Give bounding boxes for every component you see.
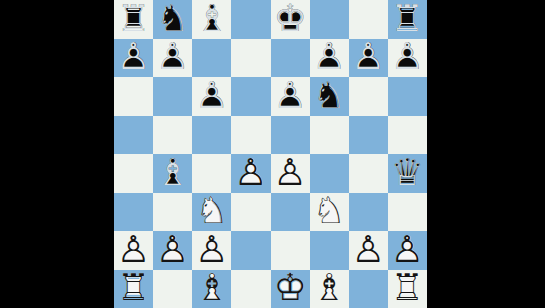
square-c5[interactable] [192,116,231,155]
square-a7[interactable]: ♟♙ [114,39,153,78]
piece-white-knight: ♞♘ [310,193,349,232]
square-f5[interactable] [310,116,349,155]
square-e2[interactable] [271,231,310,270]
piece-black-bishop: ♝♗ [153,154,192,193]
video-frame: ♜♖♞♘♝♗♚♔♜♖♟♙♟♙♟♙♟♙♟♙♟♙♟♙♞♘♝♗♟♙♟♙♛♕♞♘♞♘♟♙… [0,0,545,308]
square-e3[interactable] [271,193,310,232]
square-a8[interactable]: ♜♖ [114,0,153,39]
piece-white-pawn: ♟♙ [388,231,427,270]
piece-black-pawn: ♟♙ [388,39,427,78]
piece-black-queen: ♛♕ [388,154,427,193]
square-c2[interactable]: ♟♙ [192,231,231,270]
square-e1[interactable]: ♚♔ [271,270,310,308]
square-h5[interactable] [388,116,427,155]
square-b2[interactable]: ♟♙ [153,231,192,270]
square-d2[interactable] [231,231,270,270]
square-f2[interactable] [310,231,349,270]
square-h3[interactable] [388,193,427,232]
square-b5[interactable] [153,116,192,155]
square-g6[interactable] [349,77,388,116]
square-f1[interactable]: ♝♗ [310,270,349,308]
square-h1[interactable]: ♜♖ [388,270,427,308]
square-b4[interactable]: ♝♗ [153,154,192,193]
piece-white-bishop: ♝♗ [192,270,231,308]
square-h2[interactable]: ♟♙ [388,231,427,270]
square-g7[interactable]: ♟♙ [349,39,388,78]
piece-white-pawn: ♟♙ [349,231,388,270]
square-f3[interactable]: ♞♘ [310,193,349,232]
chess-board[interactable]: ♜♖♞♘♝♗♚♔♜♖♟♙♟♙♟♙♟♙♟♙♟♙♟♙♞♘♝♗♟♙♟♙♛♕♞♘♞♘♟♙… [114,0,427,308]
piece-black-rook: ♜♖ [114,0,153,39]
square-b6[interactable] [153,77,192,116]
square-d8[interactable] [231,0,270,39]
square-e4[interactable]: ♟♙ [271,154,310,193]
right-black-bar [427,0,545,308]
square-g3[interactable] [349,193,388,232]
square-d7[interactable] [231,39,270,78]
piece-black-pawn: ♟♙ [271,77,310,116]
square-e6[interactable]: ♟♙ [271,77,310,116]
square-b3[interactable] [153,193,192,232]
square-c6[interactable]: ♟♙ [192,77,231,116]
square-a3[interactable] [114,193,153,232]
square-d1[interactable] [231,270,270,308]
square-g5[interactable] [349,116,388,155]
square-d3[interactable] [231,193,270,232]
piece-black-pawn: ♟♙ [153,39,192,78]
piece-white-pawn: ♟♙ [271,154,310,193]
piece-black-knight: ♞♘ [310,77,349,116]
square-d5[interactable] [231,116,270,155]
square-e8[interactable]: ♚♔ [271,0,310,39]
piece-black-pawn: ♟♙ [310,39,349,78]
square-h8[interactable]: ♜♖ [388,0,427,39]
square-a2[interactable]: ♟♙ [114,231,153,270]
square-f8[interactable] [310,0,349,39]
square-g2[interactable]: ♟♙ [349,231,388,270]
piece-white-king: ♚♔ [271,270,310,308]
square-h6[interactable] [388,77,427,116]
square-c7[interactable] [192,39,231,78]
left-black-bar [0,0,114,308]
piece-black-pawn: ♟♙ [114,39,153,78]
square-e5[interactable] [271,116,310,155]
piece-white-rook: ♜♖ [388,270,427,308]
square-f6[interactable]: ♞♘ [310,77,349,116]
square-c8[interactable]: ♝♗ [192,0,231,39]
square-g4[interactable] [349,154,388,193]
piece-black-pawn: ♟♙ [192,77,231,116]
piece-white-pawn: ♟♙ [114,231,153,270]
square-f4[interactable] [310,154,349,193]
square-a1[interactable]: ♜♖ [114,270,153,308]
square-d6[interactable] [231,77,270,116]
square-g8[interactable] [349,0,388,39]
square-d4[interactable]: ♟♙ [231,154,270,193]
square-c4[interactable] [192,154,231,193]
piece-white-bishop: ♝♗ [310,270,349,308]
piece-white-pawn: ♟♙ [231,154,270,193]
piece-white-pawn: ♟♙ [153,231,192,270]
square-f7[interactable]: ♟♙ [310,39,349,78]
square-b7[interactable]: ♟♙ [153,39,192,78]
piece-black-pawn: ♟♙ [349,39,388,78]
square-h4[interactable]: ♛♕ [388,154,427,193]
square-e7[interactable] [271,39,310,78]
square-b8[interactable]: ♞♘ [153,0,192,39]
piece-white-knight: ♞♘ [192,193,231,232]
square-b1[interactable] [153,270,192,308]
square-g1[interactable] [349,270,388,308]
square-a5[interactable] [114,116,153,155]
piece-black-knight: ♞♘ [153,0,192,39]
piece-white-rook: ♜♖ [114,270,153,308]
square-h7[interactable]: ♟♙ [388,39,427,78]
square-c1[interactable]: ♝♗ [192,270,231,308]
piece-black-king: ♚♔ [271,0,310,39]
square-a6[interactable] [114,77,153,116]
piece-black-bishop: ♝♗ [192,0,231,39]
piece-black-rook: ♜♖ [388,0,427,39]
square-a4[interactable] [114,154,153,193]
square-c3[interactable]: ♞♘ [192,193,231,232]
piece-white-pawn: ♟♙ [192,231,231,270]
